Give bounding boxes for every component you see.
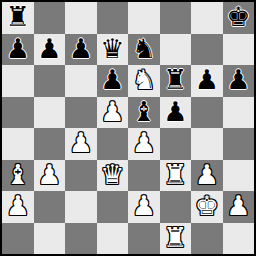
- square-c8[interactable]: [65, 2, 97, 34]
- square-h1[interactable]: [223, 223, 255, 255]
- piece-black-pawn: ♟: [69, 35, 93, 62]
- square-b2[interactable]: [34, 191, 66, 223]
- square-e6[interactable]: ♞: [128, 65, 160, 97]
- square-e3[interactable]: [128, 160, 160, 192]
- square-f6[interactable]: ♜: [160, 65, 192, 97]
- square-d8[interactable]: [97, 2, 129, 34]
- square-h6[interactable]: ♟: [223, 65, 255, 97]
- piece-black-pawn: ♟: [6, 35, 30, 62]
- square-c1[interactable]: [65, 223, 97, 255]
- piece-black-rook: ♜: [6, 3, 30, 30]
- piece-white-pawn: ♟: [100, 98, 124, 125]
- square-d6[interactable]: ♟: [97, 65, 129, 97]
- square-g1[interactable]: [191, 223, 223, 255]
- square-c7[interactable]: ♟: [65, 34, 97, 66]
- piece-white-pawn: ♟: [132, 129, 156, 156]
- piece-black-pawn: ♟: [100, 66, 124, 93]
- square-d4[interactable]: [97, 128, 129, 160]
- square-f8[interactable]: [160, 2, 192, 34]
- square-d3[interactable]: ♛: [97, 160, 129, 192]
- square-e1[interactable]: [128, 223, 160, 255]
- square-g8[interactable]: [191, 2, 223, 34]
- square-g6[interactable]: ♟: [191, 65, 223, 97]
- square-b3[interactable]: ♟: [34, 160, 66, 192]
- square-a4[interactable]: [2, 128, 34, 160]
- piece-black-queen: ♛: [100, 35, 124, 62]
- square-a8[interactable]: ♜: [2, 2, 34, 34]
- square-f3[interactable]: ♜: [160, 160, 192, 192]
- square-h8[interactable]: ♚: [223, 2, 255, 34]
- piece-white-rook: ♜: [163, 224, 187, 251]
- piece-black-rook: ♜: [163, 66, 187, 93]
- square-f7[interactable]: [160, 34, 192, 66]
- square-h2[interactable]: ♟: [223, 191, 255, 223]
- piece-black-pawn: ♟: [37, 35, 61, 62]
- square-e4[interactable]: ♟: [128, 128, 160, 160]
- chess-board-frame: ♜♚♟♟♟♛♞♟♞♜♟♟♟♝♟♟♟♝♟♛♜♟♟♟♚♟♜: [0, 0, 256, 256]
- piece-white-knight: ♞: [132, 66, 156, 93]
- piece-black-pawn: ♟: [226, 66, 250, 93]
- piece-white-pawn: ♟: [132, 192, 156, 219]
- square-c6[interactable]: [65, 65, 97, 97]
- square-f5[interactable]: ♟: [160, 97, 192, 129]
- square-g4[interactable]: [191, 128, 223, 160]
- square-f2[interactable]: [160, 191, 192, 223]
- square-g3[interactable]: ♟: [191, 160, 223, 192]
- square-h5[interactable]: [223, 97, 255, 129]
- square-a2[interactable]: ♟: [2, 191, 34, 223]
- square-b7[interactable]: ♟: [34, 34, 66, 66]
- square-e2[interactable]: ♟: [128, 191, 160, 223]
- square-c2[interactable]: [65, 191, 97, 223]
- piece-white-king: ♚: [195, 192, 219, 219]
- piece-black-pawn: ♟: [163, 98, 187, 125]
- square-g7[interactable]: [191, 34, 223, 66]
- square-a3[interactable]: ♝: [2, 160, 34, 192]
- piece-white-pawn: ♟: [69, 129, 93, 156]
- square-g5[interactable]: [191, 97, 223, 129]
- square-d5[interactable]: ♟: [97, 97, 129, 129]
- piece-black-king: ♚: [226, 3, 250, 30]
- square-b5[interactable]: [34, 97, 66, 129]
- square-f1[interactable]: ♜: [160, 223, 192, 255]
- piece-white-pawn: ♟: [6, 192, 30, 219]
- square-d7[interactable]: ♛: [97, 34, 129, 66]
- square-d2[interactable]: [97, 191, 129, 223]
- square-a5[interactable]: [2, 97, 34, 129]
- square-g2[interactable]: ♚: [191, 191, 223, 223]
- square-b6[interactable]: [34, 65, 66, 97]
- square-e8[interactable]: [128, 2, 160, 34]
- piece-white-pawn: ♟: [226, 192, 250, 219]
- square-h3[interactable]: [223, 160, 255, 192]
- chess-board: ♜♚♟♟♟♛♞♟♞♜♟♟♟♝♟♟♟♝♟♛♜♟♟♟♚♟♜: [2, 2, 254, 254]
- square-a1[interactable]: [2, 223, 34, 255]
- piece-white-rook: ♜: [163, 161, 187, 188]
- piece-white-bishop: ♝: [6, 161, 30, 188]
- square-b4[interactable]: [34, 128, 66, 160]
- square-h7[interactable]: [223, 34, 255, 66]
- square-a7[interactable]: ♟: [2, 34, 34, 66]
- piece-black-bishop: ♝: [132, 98, 156, 125]
- square-a6[interactable]: [2, 65, 34, 97]
- square-d1[interactable]: [97, 223, 129, 255]
- square-e5[interactable]: ♝: [128, 97, 160, 129]
- square-c3[interactable]: [65, 160, 97, 192]
- piece-black-pawn: ♟: [195, 66, 219, 93]
- square-c5[interactable]: [65, 97, 97, 129]
- square-f4[interactable]: [160, 128, 192, 160]
- square-b1[interactable]: [34, 223, 66, 255]
- square-b8[interactable]: [34, 2, 66, 34]
- square-h4[interactable]: [223, 128, 255, 160]
- piece-white-queen: ♛: [100, 161, 124, 188]
- piece-black-knight: ♞: [132, 35, 156, 62]
- piece-white-pawn: ♟: [37, 161, 61, 188]
- piece-white-pawn: ♟: [195, 161, 219, 188]
- square-c4[interactable]: ♟: [65, 128, 97, 160]
- square-e7[interactable]: ♞: [128, 34, 160, 66]
